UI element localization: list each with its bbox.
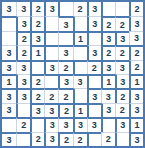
cell-r1-c9[interactable] [115,2,129,16]
cell-r2-c9[interactable]: 2 [115,16,129,30]
cell-r3-c9[interactable]: 3 [115,31,129,45]
cell-r9-c6[interactable]: 3 [73,117,87,131]
cell-r8-c7[interactable] [87,103,101,117]
cell-r5-c5[interactable]: 2 [58,60,72,74]
cell-r7-c7[interactable]: 3 [87,88,101,102]
cell-r10-c5[interactable]: 2 [58,132,72,146]
cell-r10-c1[interactable]: 3 [2,132,16,146]
cell-r9-c5[interactable]: 3 [58,117,72,131]
cell-r4-c8[interactable]: 2 [101,45,115,59]
puzzle-board: 3323232323322323133332133222333223321323… [0,0,145,148]
cell-r7-c10[interactable]: 3 [129,88,143,102]
cell-r7-c1[interactable]: 3 [2,88,16,102]
cell-r8-c8[interactable]: 3 [101,103,115,117]
cell-r2-c6[interactable] [73,16,87,30]
cell-r1-c8[interactable] [101,2,115,16]
cell-r7-c6[interactable] [73,88,87,102]
cell-r7-c8[interactable]: 3 [101,88,115,102]
cell-r4-c2[interactable]: 2 [16,45,30,59]
cell-r1-c4[interactable]: 3 [44,2,58,16]
cell-r5-c8[interactable]: 3 [101,60,115,74]
cell-r6-c2[interactable]: 3 [16,74,30,88]
cell-r5-c6[interactable] [73,60,87,74]
cell-r10-c6[interactable]: 2 [73,132,87,146]
cell-r6-c9[interactable]: 3 [115,74,129,88]
cell-r8-c2[interactable] [16,103,30,117]
cell-r6-c10[interactable]: 1 [129,74,143,88]
cell-r5-c10[interactable]: 2 [129,60,143,74]
cell-r9-c2[interactable]: 2 [16,117,30,131]
cell-r3-c3[interactable]: 3 [30,31,44,45]
cell-r1-c3[interactable]: 2 [30,2,44,16]
cell-r8-c5[interactable]: 2 [58,103,72,117]
cell-r7-c9[interactable]: 2 [115,88,129,102]
cell-r8-c9[interactable]: 2 [115,103,129,117]
cell-r6-c5[interactable]: 3 [58,74,72,88]
cell-r6-c4[interactable] [44,74,58,88]
cell-r6-c6[interactable]: 3 [73,74,87,88]
cell-r1-c10[interactable]: 2 [129,2,143,16]
cell-r7-c2[interactable]: 3 [16,88,30,102]
cell-r4-c1[interactable]: 3 [2,45,16,59]
cell-r2-c5[interactable]: 3 [58,16,72,30]
cell-r3-c6[interactable]: 1 [73,31,87,45]
cell-r5-c7[interactable]: 2 [87,60,101,74]
cell-r9-c3[interactable] [30,117,44,131]
cell-r4-c4[interactable] [44,45,58,59]
cell-r10-c3[interactable]: 2 [30,132,44,146]
cell-r2-c10[interactable]: 3 [129,16,143,30]
cell-r4-c10[interactable]: 2 [129,45,143,59]
cell-r3-c10[interactable]: 3 [129,31,143,45]
cell-r3-c5[interactable] [58,31,72,45]
cell-r4-c7[interactable]: 3 [87,45,101,59]
cell-r6-c1[interactable]: 1 [2,74,16,88]
cell-r10-c2[interactable] [16,132,30,146]
cell-r9-c7[interactable]: 3 [87,117,101,131]
cell-r3-c2[interactable]: 2 [16,31,30,45]
cell-r5-c3[interactable] [30,60,44,74]
cell-r6-c7[interactable] [87,74,101,88]
cell-r9-c1[interactable] [2,117,16,131]
cell-r6-c8[interactable]: 1 [101,74,115,88]
cell-r9-c4[interactable]: 3 [44,117,58,131]
cell-r7-c4[interactable]: 2 [44,88,58,102]
cell-r6-c3[interactable]: 2 [30,74,44,88]
cell-r3-c4[interactable] [44,31,58,45]
cell-r10-c9[interactable] [115,132,129,146]
cell-r1-c5[interactable] [58,2,72,16]
cell-r1-c6[interactable]: 2 [73,2,87,16]
cell-r10-c4[interactable]: 3 [44,132,58,146]
cell-r3-c8[interactable]: 3 [101,31,115,45]
cell-r4-c5[interactable]: 3 [58,45,72,59]
cell-r5-c9[interactable]: 3 [115,60,129,74]
cell-r2-c2[interactable]: 3 [16,16,30,30]
cell-r2-c3[interactable]: 2 [30,16,44,30]
cell-r1-c2[interactable]: 3 [16,2,30,16]
cell-r2-c8[interactable]: 2 [101,16,115,30]
cell-r5-c4[interactable]: 3 [44,60,58,74]
cell-r3-c1[interactable] [2,31,16,45]
cell-r5-c1[interactable]: 3 [2,60,16,74]
cell-r3-c7[interactable] [87,31,101,45]
cell-r8-c3[interactable]: 3 [30,103,44,117]
cell-r10-c7[interactable] [87,132,101,146]
cell-r2-c7[interactable]: 3 [87,16,101,30]
cell-r10-c10[interactable]: 3 [129,132,143,146]
cell-r4-c9[interactable]: 2 [115,45,129,59]
cell-r9-c8[interactable] [101,117,115,131]
cell-r8-c4[interactable]: 3 [44,103,58,117]
cell-r4-c3[interactable]: 1 [30,45,44,59]
cell-r8-c6[interactable]: 1 [73,103,87,117]
cell-r10-c8[interactable]: 2 [101,132,115,146]
cell-r2-c4[interactable] [44,16,58,30]
cell-r4-c6[interactable] [73,45,87,59]
cell-r9-c9[interactable]: 3 [115,117,129,131]
cell-r7-c5[interactable]: 2 [58,88,72,102]
cell-r5-c2[interactable]: 3 [16,60,30,74]
cell-r1-c7[interactable]: 3 [87,2,101,16]
cell-r2-c1[interactable] [2,16,16,30]
cell-r1-c1[interactable]: 3 [2,2,16,16]
cell-r8-c1[interactable]: 3 [2,103,16,117]
cell-r8-c10[interactable]: 3 [129,103,143,117]
cell-r7-c3[interactable]: 2 [30,88,44,102]
cell-r9-c10[interactable]: 1 [129,117,143,131]
